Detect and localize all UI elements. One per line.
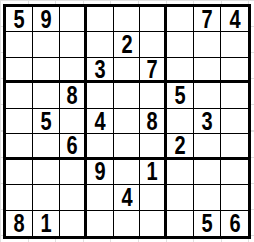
given-digit: 4 xyxy=(121,185,132,210)
cell-r5c1[interactable] xyxy=(6,109,33,134)
given-digit: 7 xyxy=(147,58,158,82)
cell-r1c9[interactable]: 4 xyxy=(221,7,248,32)
cell-r1c6[interactable] xyxy=(140,7,167,32)
cell-r7c5[interactable] xyxy=(114,160,141,185)
cell-r7c1[interactable] xyxy=(6,160,33,185)
cell-r1c7[interactable] xyxy=(167,7,194,32)
cell-r3c3[interactable] xyxy=(60,58,87,83)
cell-r6c1[interactable] xyxy=(6,134,33,159)
cell-r7c8[interactable] xyxy=(194,160,221,185)
cell-r1c2[interactable]: 9 xyxy=(33,7,60,32)
given-digit: 3 xyxy=(202,109,213,134)
cell-r7c9[interactable] xyxy=(221,160,248,185)
cell-r8c7[interactable] xyxy=(167,185,194,210)
cell-r8c9[interactable] xyxy=(221,185,248,210)
given-digit: 7 xyxy=(202,7,213,32)
cell-r8c5[interactable]: 4 xyxy=(114,185,141,210)
cell-r7c6[interactable]: 1 xyxy=(140,160,167,185)
given-digit: 5 xyxy=(202,211,213,236)
cell-r4c4[interactable] xyxy=(87,83,114,108)
cell-r6c2[interactable] xyxy=(33,134,60,159)
cell-r3c9[interactable] xyxy=(221,58,248,83)
cell-r7c4[interactable]: 9 xyxy=(87,160,114,185)
given-digit: 6 xyxy=(229,211,240,236)
cell-r7c3[interactable] xyxy=(60,160,87,185)
cell-r3c5[interactable] xyxy=(114,58,141,83)
cell-r3c8[interactable] xyxy=(194,58,221,83)
given-digit: 1 xyxy=(147,160,158,185)
cell-r1c1[interactable]: 5 xyxy=(6,7,33,32)
cell-r2c4[interactable] xyxy=(87,32,114,57)
cell-r8c2[interactable] xyxy=(33,185,60,210)
cell-r9c2[interactable]: 1 xyxy=(33,211,60,236)
given-digit: 5 xyxy=(13,7,24,32)
given-digit: 9 xyxy=(40,7,51,32)
cell-r2c1[interactable] xyxy=(6,32,33,57)
cell-r8c1[interactable] xyxy=(6,185,33,210)
cell-r8c8[interactable] xyxy=(194,185,221,210)
cell-r4c1[interactable] xyxy=(6,83,33,108)
cell-r4c6[interactable] xyxy=(140,83,167,108)
cell-r7c2[interactable] xyxy=(33,160,60,185)
given-digit: 5 xyxy=(175,83,186,108)
cell-r5c3[interactable] xyxy=(60,109,87,134)
given-digit: 8 xyxy=(147,109,158,134)
cell-r9c8[interactable]: 5 xyxy=(194,211,221,236)
cell-r4c5[interactable] xyxy=(114,83,141,108)
cell-r6c5[interactable] xyxy=(114,134,141,159)
cell-r6c6[interactable] xyxy=(140,134,167,159)
cell-r2c5[interactable]: 2 xyxy=(114,32,141,57)
cell-r2c9[interactable] xyxy=(221,32,248,57)
cell-r9c1[interactable]: 8 xyxy=(6,211,33,236)
cell-r2c6[interactable] xyxy=(140,32,167,57)
given-digit: 2 xyxy=(121,32,132,57)
cell-r7c7[interactable] xyxy=(167,160,194,185)
cell-r5c5[interactable] xyxy=(114,109,141,134)
given-digit: 6 xyxy=(66,134,77,158)
cell-r1c4[interactable] xyxy=(87,7,114,32)
cell-r5c8[interactable]: 3 xyxy=(194,109,221,134)
cell-r3c4[interactable]: 3 xyxy=(87,58,114,83)
cell-r8c3[interactable] xyxy=(60,185,87,210)
cell-r6c9[interactable] xyxy=(221,134,248,159)
given-digit: 9 xyxy=(94,160,105,185)
cell-r9c5[interactable] xyxy=(114,211,141,236)
given-digit: 4 xyxy=(94,109,105,134)
cell-r9c4[interactable] xyxy=(87,211,114,236)
cell-r5c2[interactable]: 5 xyxy=(33,109,60,134)
given-digit: 8 xyxy=(13,211,24,236)
given-digit: 8 xyxy=(66,83,77,108)
cell-r6c4[interactable] xyxy=(87,134,114,159)
cell-r4c9[interactable] xyxy=(221,83,248,108)
cell-r4c2[interactable] xyxy=(33,83,60,108)
given-digit: 4 xyxy=(229,7,240,32)
cell-r1c8[interactable]: 7 xyxy=(194,7,221,32)
given-digit: 3 xyxy=(94,58,105,82)
cell-r9c9[interactable]: 6 xyxy=(221,211,248,236)
cell-r1c5[interactable] xyxy=(114,7,141,32)
cell-r1c3[interactable] xyxy=(60,7,87,32)
given-digit: 5 xyxy=(40,109,51,134)
spreadsheet-background: 5974237855483629148156 xyxy=(0,0,254,242)
cell-r2c7[interactable] xyxy=(167,32,194,57)
cell-r8c4[interactable] xyxy=(87,185,114,210)
cell-r8c6[interactable] xyxy=(140,185,167,210)
given-digit: 2 xyxy=(175,134,186,158)
cell-r2c3[interactable] xyxy=(60,32,87,57)
cell-r4c3[interactable]: 8 xyxy=(60,83,87,108)
cell-r9c3[interactable] xyxy=(60,211,87,236)
sudoku-board: 5974237855483629148156 xyxy=(3,4,251,239)
cell-r6c7[interactable]: 2 xyxy=(167,134,194,159)
cell-r5c4[interactable]: 4 xyxy=(87,109,114,134)
cell-r3c7[interactable] xyxy=(167,58,194,83)
cell-r3c2[interactable] xyxy=(33,58,60,83)
cell-r6c3[interactable]: 6 xyxy=(60,134,87,159)
cell-r5c9[interactable] xyxy=(221,109,248,134)
cell-r3c1[interactable] xyxy=(6,58,33,83)
cell-r4c8[interactable] xyxy=(194,83,221,108)
cell-r2c2[interactable] xyxy=(33,32,60,57)
given-digit: 1 xyxy=(40,211,51,236)
cell-r4c7[interactable]: 5 xyxy=(167,83,194,108)
cell-r9c6[interactable] xyxy=(140,211,167,236)
cell-r5c6[interactable]: 8 xyxy=(140,109,167,134)
cell-r2c8[interactable] xyxy=(194,32,221,57)
cell-r3c6[interactable]: 7 xyxy=(140,58,167,83)
cell-r6c8[interactable] xyxy=(194,134,221,159)
cell-r5c7[interactable] xyxy=(167,109,194,134)
cell-r9c7[interactable] xyxy=(167,211,194,236)
